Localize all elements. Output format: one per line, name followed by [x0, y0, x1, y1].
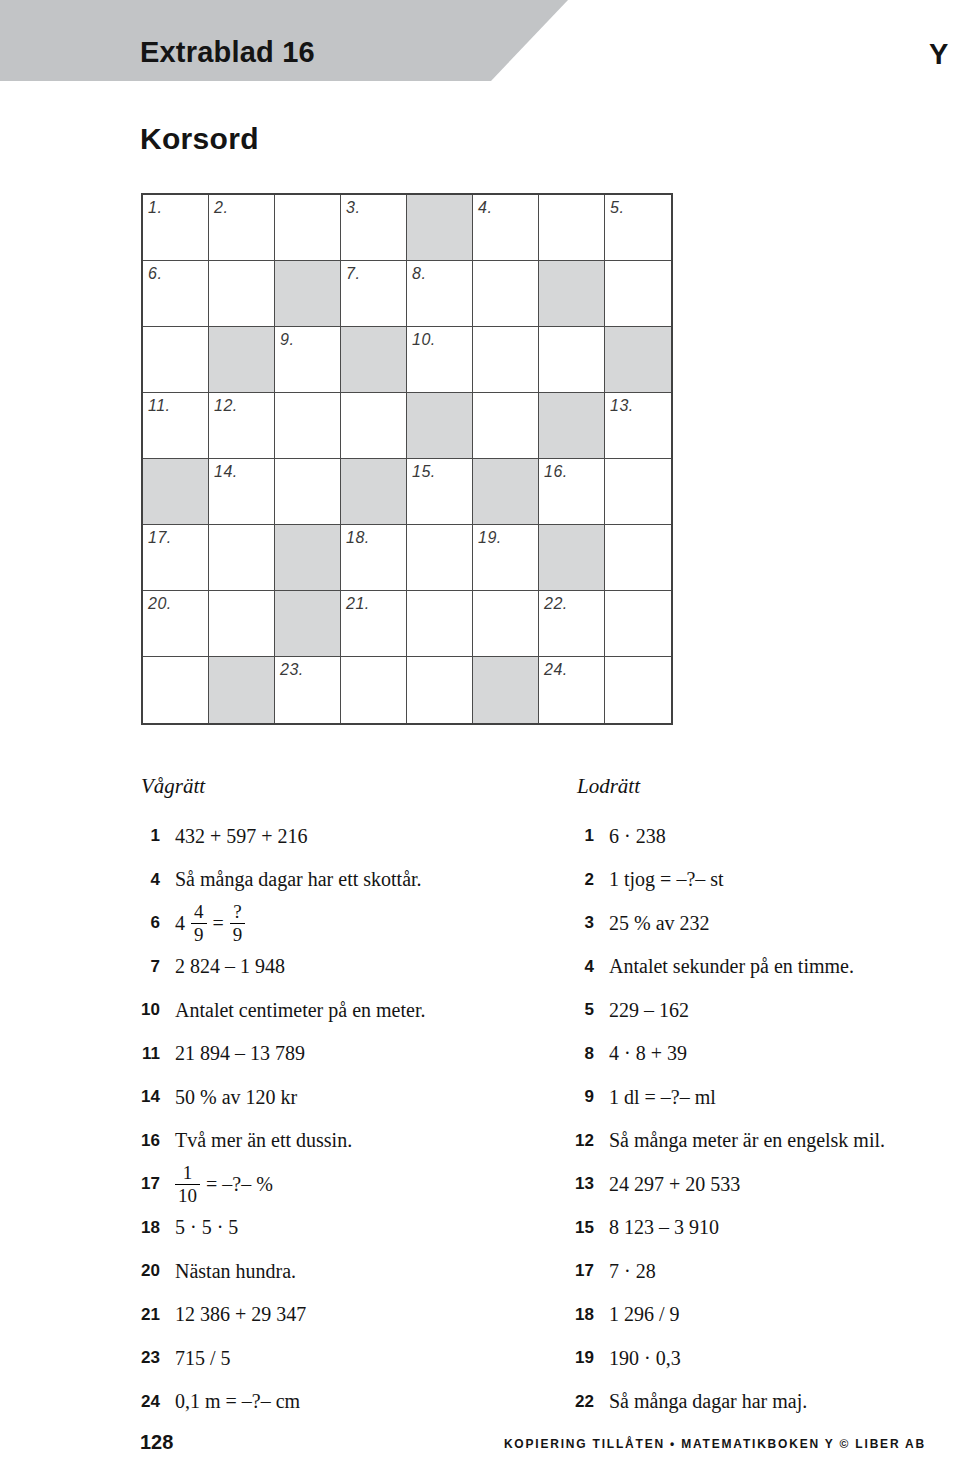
copyright-line: KOPIERING TILLÅTEN • MATEMATIKBOKEN Y © …: [504, 1437, 926, 1451]
clue-row-right-22: 22Så många dagar har maj.: [560, 1380, 956, 1424]
clue-row-right-2: 21 tjog = –?– st: [560, 858, 956, 902]
clue-row-left-11: 1121 894 – 13 789: [126, 1032, 556, 1076]
worksheet-page: Extrablad 16 Y Korsord 1.2.3.4.5.6.7.8.9…: [0, 0, 960, 1463]
clue-text: 6 · 238: [609, 825, 666, 848]
clue-number: 3: [560, 913, 594, 933]
clue-text: 0,1 m = –?– cm: [175, 1390, 300, 1413]
clue-number: 7: [126, 957, 160, 977]
clue-text: Antalet sekunder på en timme.: [609, 955, 854, 978]
clue-text: 1 dl = –?– ml: [609, 1086, 716, 1109]
clue-number: 13: [560, 1174, 594, 1194]
clue-row-left-4: 4Så många dagar har ett skottår.: [126, 858, 556, 902]
clue-row-left-21: 2112 386 + 29 347: [126, 1293, 556, 1337]
clue-number: 22: [560, 1392, 594, 1412]
clue-number: 6: [126, 913, 160, 933]
clue-number: 20: [126, 1261, 160, 1281]
clue-text: 449=?9: [175, 901, 245, 945]
clue-number: 18: [560, 1305, 594, 1325]
clue-number: 4: [126, 870, 160, 890]
clue-text: Två mer än ett dussin.: [175, 1129, 352, 1152]
clue-text: 5 · 5 · 5: [175, 1216, 238, 1239]
clue-text: 2 824 – 1 948: [175, 955, 285, 978]
clue-text: 50 % av 120 kr: [175, 1086, 297, 1109]
clue-row-left-7: 72 824 – 1 948: [126, 945, 556, 989]
clue-row-right-3: 325 % av 232: [560, 901, 956, 945]
clue-text: Antalet centimeter på en meter.: [175, 999, 425, 1022]
math-text: =: [213, 912, 224, 935]
clue-row-left-23: 23715 / 5: [126, 1336, 556, 1380]
clue-number: 18: [126, 1218, 160, 1238]
clue-text: 12 386 + 29 347: [175, 1303, 306, 1326]
clue-row-right-4: 4Antalet sekunder på en timme.: [560, 945, 956, 989]
clue-text: 229 – 162: [609, 999, 689, 1022]
clue-text: Så många dagar har ett skottår.: [175, 868, 422, 891]
clue-row-left-17: 17110= –?– %: [126, 1162, 556, 1206]
clue-number: 21: [126, 1305, 160, 1325]
clue-text: Nästan hundra.: [175, 1260, 296, 1283]
clue-number: 1: [560, 826, 594, 846]
fraction: ?9: [230, 901, 246, 945]
clue-text: 21 894 – 13 789: [175, 1042, 305, 1065]
clue-row-left-1: 1432 + 597 + 216: [126, 814, 556, 858]
clue-row-left-14: 1450 % av 120 kr: [126, 1075, 556, 1119]
clue-text: 4 · 8 + 39: [609, 1042, 687, 1065]
clue-row-left-10: 10Antalet centimeter på en meter.: [126, 988, 556, 1032]
clue-text: 8 123 – 3 910: [609, 1216, 719, 1239]
clue-text: 1 296 / 9: [609, 1303, 680, 1326]
clue-row-right-17: 177 · 28: [560, 1249, 956, 1293]
clue-row-left-20: 20Nästan hundra.: [126, 1249, 556, 1293]
clues: 1432 + 597 + 21616 · 2384Så många dagar …: [0, 0, 960, 1463]
clue-number: 4: [560, 957, 594, 977]
clue-number: 11: [126, 1044, 160, 1064]
clue-row-right-12: 12Så många meter är en engelsk mil.: [560, 1119, 956, 1163]
fraction: 110: [175, 1162, 200, 1206]
clue-text: 110= –?– %: [175, 1162, 273, 1206]
clue-row-right-8: 84 · 8 + 39: [560, 1032, 956, 1076]
clue-text: 24 297 + 20 533: [609, 1173, 740, 1196]
clue-row-left-6: 6449=?9: [126, 901, 556, 945]
fraction: 49: [191, 901, 207, 945]
clue-number: 1: [126, 826, 160, 846]
clue-text: 7 · 28: [609, 1260, 656, 1283]
clue-text: 1 tjog = –?– st: [609, 868, 724, 891]
clue-number: 16: [126, 1131, 160, 1151]
clue-number: 2: [560, 870, 594, 890]
clue-number: 17: [560, 1261, 594, 1281]
clue-row-right-15: 158 123 – 3 910: [560, 1206, 956, 1250]
clue-row-right-5: 5229 – 162: [560, 988, 956, 1032]
math-text: = –?– %: [206, 1173, 273, 1196]
clue-number: 5: [560, 1000, 594, 1020]
clue-text: 715 / 5: [175, 1347, 231, 1370]
math-text: 4: [175, 912, 185, 935]
clue-number: 15: [560, 1218, 594, 1238]
clue-text: 432 + 597 + 216: [175, 825, 308, 848]
clue-number: 24: [126, 1392, 160, 1412]
clue-number: 17: [126, 1174, 160, 1194]
clue-number: 14: [126, 1087, 160, 1107]
clue-text: Så många dagar har maj.: [609, 1390, 807, 1413]
clue-text: 190 · 0,3: [609, 1347, 681, 1370]
clue-number: 12: [560, 1131, 594, 1151]
clue-number: 10: [126, 1000, 160, 1020]
clue-row-left-24: 240,1 m = –?– cm: [126, 1380, 556, 1424]
page-number: 128: [140, 1431, 173, 1454]
clue-row-right-13: 1324 297 + 20 533: [560, 1162, 956, 1206]
clue-row-left-16: 16Två mer än ett dussin.: [126, 1119, 556, 1163]
clue-row-right-18: 181 296 / 9: [560, 1293, 956, 1337]
clue-number: 9: [560, 1087, 594, 1107]
clue-row-right-1: 16 · 238: [560, 814, 956, 858]
clue-row-right-9: 91 dl = –?– ml: [560, 1075, 956, 1119]
clue-row-right-19: 19190 · 0,3: [560, 1336, 956, 1380]
clue-number: 23: [126, 1348, 160, 1368]
clue-number: 19: [560, 1348, 594, 1368]
clue-text: Så många meter är en engelsk mil.: [609, 1129, 885, 1152]
clue-row-left-18: 185 · 5 · 5: [126, 1206, 556, 1250]
clue-text: 25 % av 232: [609, 912, 710, 935]
clue-number: 8: [560, 1044, 594, 1064]
